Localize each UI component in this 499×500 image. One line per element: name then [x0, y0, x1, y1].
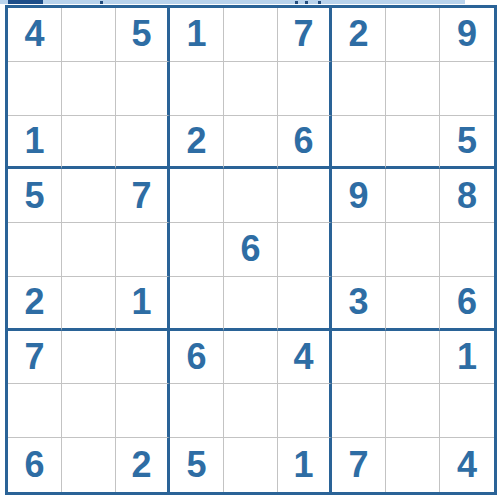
- cell-r7c8[interactable]: [386, 331, 440, 385]
- cell-r9c3[interactable]: 2: [116, 438, 170, 492]
- cell-r5c2[interactable]: [62, 223, 116, 277]
- cell-r9c2[interactable]: [62, 438, 116, 492]
- cell-r5c3[interactable]: [116, 223, 170, 277]
- cell-r4c1[interactable]: 5: [8, 169, 62, 223]
- cell-r3c3[interactable]: [116, 116, 170, 170]
- cell-r1c4[interactable]: 1: [170, 8, 224, 62]
- toolbar-tick: [100, 1, 103, 4]
- cell-r1c8[interactable]: [386, 8, 440, 62]
- cell-r5c5[interactable]: 6: [224, 223, 278, 277]
- cell-r6c1[interactable]: 2: [8, 277, 62, 331]
- cell-r9c7[interactable]: 7: [332, 438, 386, 492]
- cell-r2c2[interactable]: [62, 62, 116, 116]
- toolbar-tick: [305, 1, 308, 4]
- cell-r9c8[interactable]: [386, 438, 440, 492]
- cell-r8c6[interactable]: [278, 384, 332, 438]
- cell-r3c4[interactable]: 2: [170, 116, 224, 170]
- cell-r7c6[interactable]: 4: [278, 331, 332, 385]
- cell-r4c7[interactable]: 9: [332, 169, 386, 223]
- cell-r5c1[interactable]: [8, 223, 62, 277]
- cell-r3c8[interactable]: [386, 116, 440, 170]
- cell-r6c9[interactable]: 6: [440, 277, 494, 331]
- cell-r2c3[interactable]: [116, 62, 170, 116]
- cell-r2c7[interactable]: [332, 62, 386, 116]
- cell-r1c2[interactable]: [62, 8, 116, 62]
- cell-r7c4[interactable]: 6: [170, 331, 224, 385]
- toolbar-tick: [318, 1, 321, 4]
- cell-r3c7[interactable]: [332, 116, 386, 170]
- cell-r5c4[interactable]: [170, 223, 224, 277]
- cell-r2c5[interactable]: [224, 62, 278, 116]
- cell-r3c2[interactable]: [62, 116, 116, 170]
- cell-r5c7[interactable]: [332, 223, 386, 277]
- cell-r8c2[interactable]: [62, 384, 116, 438]
- cell-r1c5[interactable]: [224, 8, 278, 62]
- cell-r4c3[interactable]: 7: [116, 169, 170, 223]
- cell-r1c3[interactable]: 5: [116, 8, 170, 62]
- cell-r4c4[interactable]: [170, 169, 224, 223]
- cell-r8c4[interactable]: [170, 384, 224, 438]
- cell-r6c2[interactable]: [62, 277, 116, 331]
- toolbar-tick: [295, 1, 298, 4]
- cell-r3c6[interactable]: 6: [278, 116, 332, 170]
- cell-r4c5[interactable]: [224, 169, 278, 223]
- cell-r2c1[interactable]: [8, 62, 62, 116]
- cell-r8c7[interactable]: [332, 384, 386, 438]
- cell-r9c1[interactable]: 6: [8, 438, 62, 492]
- cell-r8c8[interactable]: [386, 384, 440, 438]
- cell-r7c9[interactable]: 1: [440, 331, 494, 385]
- cell-r9c5[interactable]: [224, 438, 278, 492]
- cell-r7c1[interactable]: 7: [8, 331, 62, 385]
- cell-r8c5[interactable]: [224, 384, 278, 438]
- cell-r5c6[interactable]: [278, 223, 332, 277]
- cell-r3c9[interactable]: 5: [440, 116, 494, 170]
- cell-r2c4[interactable]: [170, 62, 224, 116]
- toolbar-band: [0, 0, 465, 4]
- cell-r2c8[interactable]: [386, 62, 440, 116]
- sudoku-board: 45172912655798621367641625174: [5, 5, 497, 495]
- cell-r7c5[interactable]: [224, 331, 278, 385]
- toolbar-band-dark-segment: [8, 0, 43, 4]
- cell-r8c3[interactable]: [116, 384, 170, 438]
- cell-r6c7[interactable]: 3: [332, 277, 386, 331]
- cell-r1c6[interactable]: 7: [278, 8, 332, 62]
- cell-r9c4[interactable]: 5: [170, 438, 224, 492]
- cell-r4c2[interactable]: [62, 169, 116, 223]
- cell-r6c4[interactable]: [170, 277, 224, 331]
- cell-r2c6[interactable]: [278, 62, 332, 116]
- cell-r6c3[interactable]: 1: [116, 277, 170, 331]
- cropped-toolbar-strip: [0, 0, 499, 5]
- cell-r5c9[interactable]: [440, 223, 494, 277]
- cell-r6c8[interactable]: [386, 277, 440, 331]
- cell-r4c9[interactable]: 8: [440, 169, 494, 223]
- cell-r1c9[interactable]: 9: [440, 8, 494, 62]
- cell-r3c5[interactable]: [224, 116, 278, 170]
- cell-r8c9[interactable]: [440, 384, 494, 438]
- cell-r7c3[interactable]: [116, 331, 170, 385]
- cell-r4c8[interactable]: [386, 169, 440, 223]
- cell-r6c6[interactable]: [278, 277, 332, 331]
- cell-r6c5[interactable]: [224, 277, 278, 331]
- cell-r2c9[interactable]: [440, 62, 494, 116]
- cell-r7c7[interactable]: [332, 331, 386, 385]
- cell-r3c1[interactable]: 1: [8, 116, 62, 170]
- cell-r5c8[interactable]: [386, 223, 440, 277]
- cell-r8c1[interactable]: [8, 384, 62, 438]
- cell-r1c7[interactable]: 2: [332, 8, 386, 62]
- cell-r7c2[interactable]: [62, 331, 116, 385]
- cell-r9c6[interactable]: 1: [278, 438, 332, 492]
- cell-r1c1[interactable]: 4: [8, 8, 62, 62]
- cell-r4c6[interactable]: [278, 169, 332, 223]
- cell-r9c9[interactable]: 4: [440, 438, 494, 492]
